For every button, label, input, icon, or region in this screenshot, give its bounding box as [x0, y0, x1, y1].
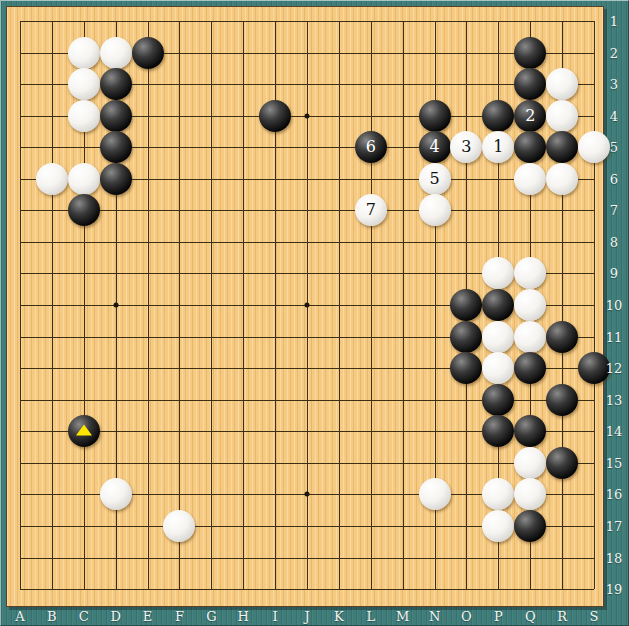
stone-black-P14[interactable]: [482, 415, 514, 447]
column-label: G: [206, 610, 216, 623]
star-point: [305, 303, 310, 308]
grid-horizontal-line: [20, 463, 594, 464]
stone-white-C3[interactable]: [68, 68, 100, 100]
column-label: H: [238, 610, 249, 623]
grid-vertical-line: [594, 21, 595, 589]
stone-black-C7[interactable]: [68, 194, 100, 226]
column-label: Q: [525, 610, 536, 623]
column-label: S: [590, 610, 599, 623]
stone-white-O5[interactable]: 3: [450, 131, 482, 163]
stone-black-Q3[interactable]: [514, 68, 546, 100]
row-label: 12: [606, 362, 623, 375]
column-label: K: [334, 610, 344, 623]
stone-black-N5[interactable]: 4: [419, 131, 451, 163]
stone-black-Q4[interactable]: 2: [514, 100, 546, 132]
star-point: [113, 303, 118, 308]
row-label: 9: [610, 267, 618, 280]
stone-black-R11[interactable]: [546, 321, 578, 353]
grid-vertical-line: [371, 21, 372, 589]
row-label: 5: [610, 141, 618, 154]
column-label: N: [429, 610, 440, 623]
stone-black-Q2[interactable]: [514, 37, 546, 69]
stone-white-P11[interactable]: [482, 321, 514, 353]
column-label: A: [15, 610, 24, 623]
grid-horizontal-line: [20, 558, 594, 559]
stone-black-Q12[interactable]: [514, 352, 546, 384]
column-label: L: [366, 610, 375, 623]
stone-white-C2[interactable]: [68, 37, 100, 69]
stone-white-Q6[interactable]: [514, 163, 546, 195]
star-point: [305, 113, 310, 118]
stone-black-D3[interactable]: [100, 68, 132, 100]
column-label: O: [461, 610, 472, 623]
row-label: 17: [606, 519, 623, 532]
row-label: 14: [606, 425, 623, 438]
stone-white-R6[interactable]: [546, 163, 578, 195]
stone-black-O12[interactable]: [450, 352, 482, 384]
stone-white-D2[interactable]: [100, 37, 132, 69]
stone-white-P9[interactable]: [482, 257, 514, 289]
move-number-label: 5: [429, 171, 439, 187]
column-label: B: [47, 610, 57, 623]
row-label: 3: [610, 78, 618, 91]
row-label: 16: [606, 488, 623, 501]
stone-black-I4[interactable]: [259, 100, 291, 132]
move-number-label: 1: [493, 139, 503, 155]
stone-black-D6[interactable]: [100, 163, 132, 195]
row-label: 11: [606, 330, 623, 343]
column-label: C: [79, 610, 89, 623]
stone-white-N7[interactable]: [419, 194, 451, 226]
column-label: R: [557, 610, 567, 623]
stone-black-D4[interactable]: [100, 100, 132, 132]
row-label: 10: [606, 299, 623, 312]
row-label: 13: [606, 393, 623, 406]
stone-black-D5[interactable]: [100, 131, 132, 163]
stone-black-O11[interactable]: [450, 321, 482, 353]
stone-white-P12[interactable]: [482, 352, 514, 384]
row-label: 2: [610, 46, 618, 59]
column-label: E: [143, 610, 153, 623]
stone-white-P5[interactable]: 1: [482, 131, 514, 163]
stone-white-F17[interactable]: [163, 510, 195, 542]
stone-white-Q10[interactable]: [514, 289, 546, 321]
column-label: M: [396, 610, 409, 623]
column-label: P: [494, 610, 503, 623]
stone-white-P17[interactable]: [482, 510, 514, 542]
stone-white-Q16[interactable]: [514, 478, 546, 510]
stone-black-Q17[interactable]: [514, 510, 546, 542]
star-point: [305, 492, 310, 497]
stone-black-P13[interactable]: [482, 384, 514, 416]
row-label: 15: [606, 456, 623, 469]
stone-white-Q11[interactable]: [514, 321, 546, 353]
stone-black-P10[interactable]: [482, 289, 514, 321]
stone-black-R13[interactable]: [546, 384, 578, 416]
stone-black-L5[interactable]: 6: [355, 131, 387, 163]
move-number-label: 2: [525, 108, 535, 124]
stone-white-N16[interactable]: [419, 478, 451, 510]
row-label: 19: [606, 583, 623, 596]
stone-black-C14[interactable]: [68, 415, 100, 447]
move-number-label: 7: [366, 202, 376, 218]
stone-white-C4[interactable]: [68, 100, 100, 132]
stone-white-R4[interactable]: [546, 100, 578, 132]
stone-black-R5[interactable]: [546, 131, 578, 163]
column-label: I: [273, 610, 278, 623]
stone-white-C6[interactable]: [68, 163, 100, 195]
stone-white-D16[interactable]: [100, 478, 132, 510]
triangle-marker: [76, 425, 92, 436]
row-label: 4: [610, 109, 618, 122]
stone-black-Q5[interactable]: [514, 131, 546, 163]
stone-black-N4[interactable]: [419, 100, 451, 132]
stone-white-B6[interactable]: [36, 163, 68, 195]
stone-white-S5[interactable]: [578, 131, 610, 163]
grid-vertical-line: [403, 21, 404, 589]
stone-black-Q14[interactable]: [514, 415, 546, 447]
stone-white-Q9[interactable]: [514, 257, 546, 289]
column-label: J: [304, 610, 309, 623]
row-label: 6: [610, 172, 618, 185]
stone-black-R15[interactable]: [546, 447, 578, 479]
move-number-label: 4: [429, 139, 439, 155]
move-number-label: 3: [461, 139, 471, 155]
row-label: 1: [610, 15, 618, 28]
row-label: 7: [610, 204, 618, 217]
stone-white-R3[interactable]: [546, 68, 578, 100]
grid-vertical-line: [339, 21, 340, 589]
stone-white-N6[interactable]: 5: [419, 163, 451, 195]
go-game-screenshot: 2643157 ABCDEFGHIJKLMNOPQRS 123456789101…: [0, 0, 629, 626]
stone-black-E2[interactable]: [132, 37, 164, 69]
column-label: D: [110, 610, 120, 623]
grid-horizontal-line: [20, 589, 594, 590]
move-number-label: 6: [366, 139, 376, 155]
stone-black-P4[interactable]: [482, 100, 514, 132]
row-label: 18: [606, 551, 623, 564]
stone-black-O10[interactable]: [450, 289, 482, 321]
stone-white-Q15[interactable]: [514, 447, 546, 479]
stone-white-P16[interactable]: [482, 478, 514, 510]
column-label: F: [175, 610, 184, 623]
row-label: 8: [610, 235, 618, 248]
stone-white-L7[interactable]: 7: [355, 194, 387, 226]
